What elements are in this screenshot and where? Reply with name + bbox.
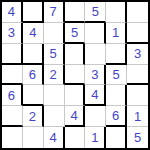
cell-r4c5[interactable]: 3 xyxy=(85,65,106,86)
cell-r1c1[interactable]: 4 xyxy=(2,2,23,23)
cell-r2c4[interactable]: 5 xyxy=(65,23,86,44)
puzzle-page: 4753451536235642461415 xyxy=(0,0,150,150)
cell-r2c6[interactable]: 1 xyxy=(106,23,127,44)
cell-r6c4[interactable]: 4 xyxy=(65,106,86,127)
cell-r2c1[interactable]: 3 xyxy=(2,23,23,44)
cell-r7c4[interactable] xyxy=(65,127,86,148)
cell-r5c7[interactable] xyxy=(127,85,148,106)
cell-r4c4[interactable] xyxy=(65,65,86,86)
cell-r3c5[interactable] xyxy=(85,44,106,65)
cell-r6c6[interactable]: 6 xyxy=(106,106,127,127)
cell-r1c4[interactable] xyxy=(65,2,86,23)
cell-r2c5[interactable] xyxy=(85,23,106,44)
cell-r1c3[interactable]: 7 xyxy=(44,2,65,23)
cell-r1c5[interactable]: 5 xyxy=(85,2,106,23)
cell-r3c7[interactable]: 3 xyxy=(127,44,148,65)
cell-r5c2[interactable] xyxy=(23,85,44,106)
cell-r6c3[interactable] xyxy=(44,106,65,127)
cell-r7c5[interactable]: 1 xyxy=(85,127,106,148)
cell-r1c2[interactable] xyxy=(23,2,44,23)
cell-r3c2[interactable] xyxy=(23,44,44,65)
cell-r4c7[interactable] xyxy=(127,65,148,86)
cell-r2c3[interactable] xyxy=(44,23,65,44)
cell-r5c3[interactable] xyxy=(44,85,65,106)
cell-r2c7[interactable] xyxy=(127,23,148,44)
cell-r3c1[interactable] xyxy=(2,44,23,65)
cell-r7c6[interactable] xyxy=(106,127,127,148)
cell-r5c5[interactable]: 4 xyxy=(85,85,106,106)
cell-r3c3[interactable]: 5 xyxy=(44,44,65,65)
cell-r2c2[interactable]: 4 xyxy=(23,23,44,44)
cell-r6c5[interactable] xyxy=(85,106,106,127)
sudoku-board: 4753451536235642461415 xyxy=(0,0,150,150)
cell-r5c6[interactable] xyxy=(106,85,127,106)
cell-r7c3[interactable]: 4 xyxy=(44,127,65,148)
cell-r4c1[interactable] xyxy=(2,65,23,86)
cell-r1c7[interactable] xyxy=(127,2,148,23)
cell-r7c2[interactable] xyxy=(23,127,44,148)
cell-r4c6[interactable]: 5 xyxy=(106,65,127,86)
cell-r7c7[interactable]: 5 xyxy=(127,127,148,148)
cell-r4c2[interactable]: 6 xyxy=(23,65,44,86)
cell-r6c1[interactable] xyxy=(2,106,23,127)
cell-r6c7[interactable]: 1 xyxy=(127,106,148,127)
cell-r5c4[interactable] xyxy=(65,85,86,106)
cell-r3c4[interactable] xyxy=(65,44,86,65)
cell-r1c6[interactable] xyxy=(106,2,127,23)
cell-r5c1[interactable]: 6 xyxy=(2,85,23,106)
cell-r6c2[interactable]: 2 xyxy=(23,106,44,127)
cell-r7c1[interactable] xyxy=(2,127,23,148)
cell-r4c3[interactable]: 2 xyxy=(44,65,65,86)
cell-r3c6[interactable] xyxy=(106,44,127,65)
